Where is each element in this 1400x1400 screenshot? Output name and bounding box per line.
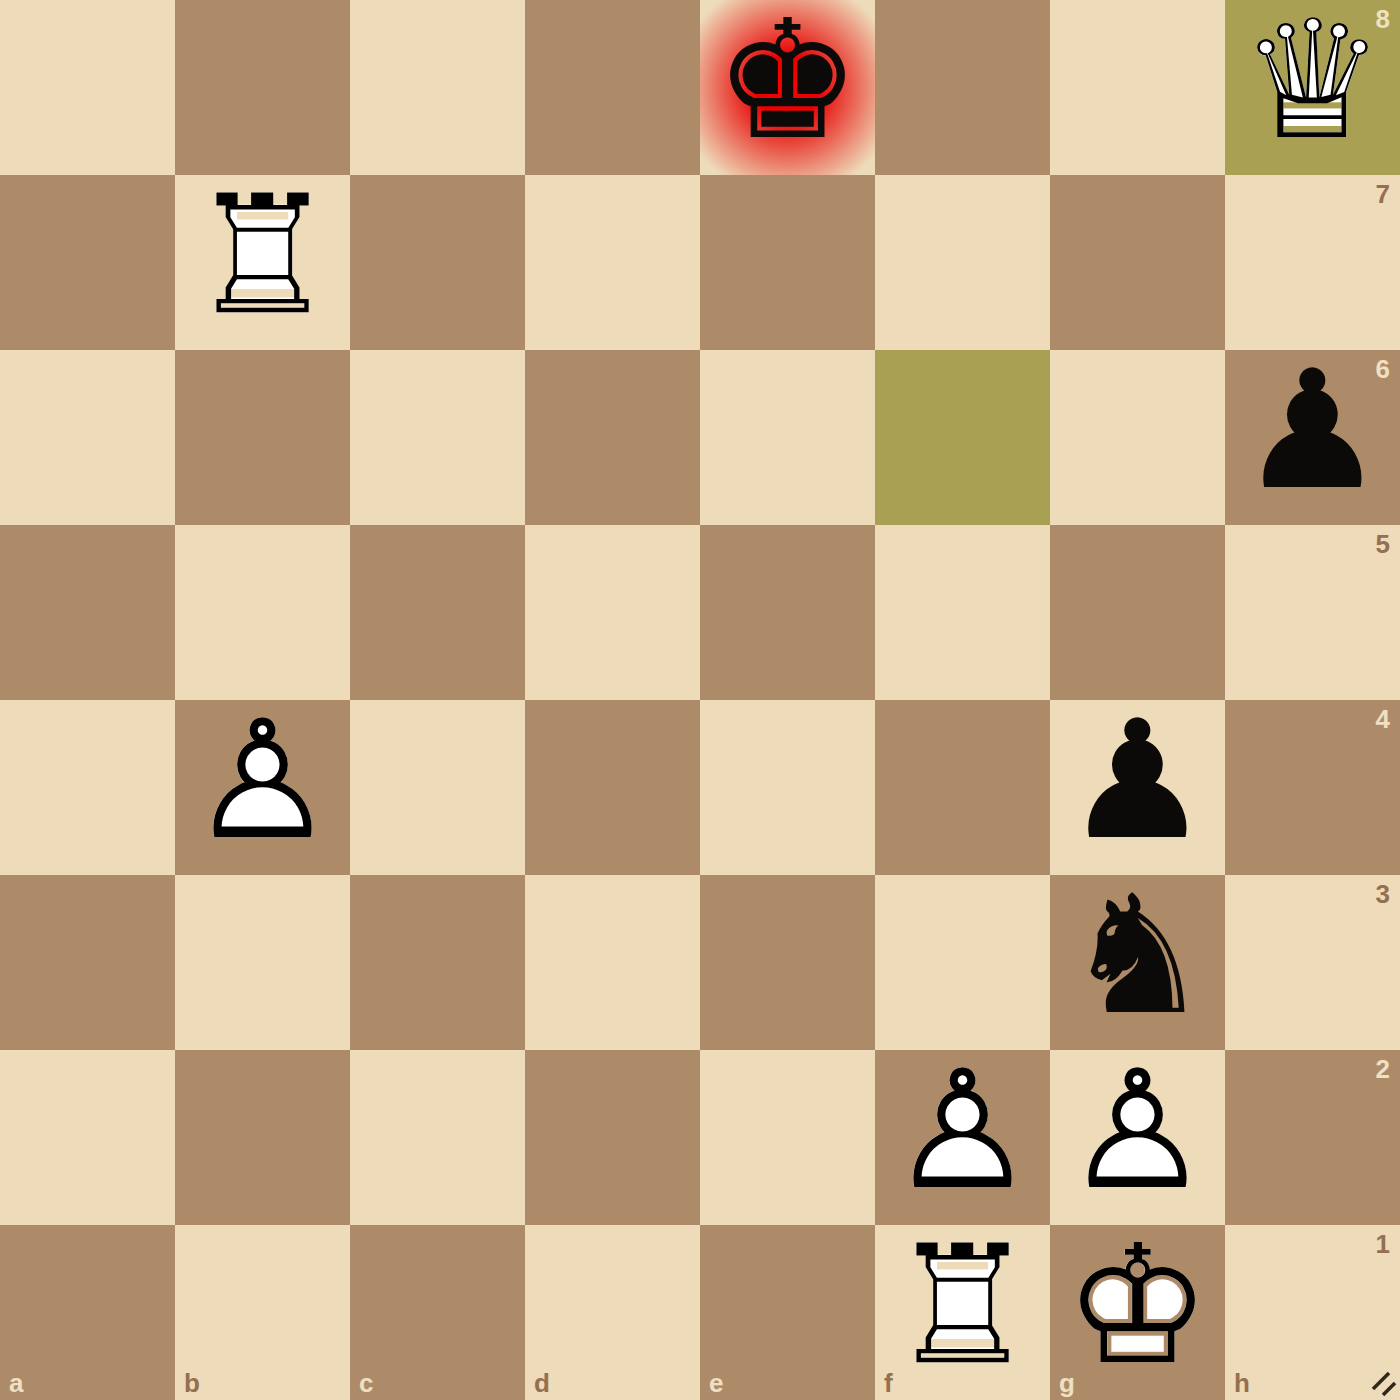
file-label-b: b xyxy=(184,1370,200,1396)
rank-label-4: 4 xyxy=(1376,706,1390,732)
square-a7[interactable] xyxy=(0,175,175,350)
piece-white-rook[interactable]: ♜♖ xyxy=(875,1225,1050,1400)
board-resize-grip-icon[interactable] xyxy=(1368,1368,1398,1398)
file-label-e: e xyxy=(709,1370,723,1396)
square-g4[interactable]: ♟ xyxy=(1050,700,1225,875)
piece-black-pawn[interactable]: ♟ xyxy=(1050,700,1225,875)
square-f2[interactable]: ♟♙ xyxy=(875,1050,1050,1225)
white-pawn-fill-glyph: ♟ xyxy=(1064,1049,1211,1213)
rank-label-5: 5 xyxy=(1376,531,1390,557)
square-d8[interactable] xyxy=(525,0,700,175)
square-g1[interactable]: g♚♔ xyxy=(1050,1225,1225,1400)
square-g8[interactable] xyxy=(1050,0,1225,175)
piece-white-queen[interactable]: ♛♕ xyxy=(1225,0,1400,175)
white-rook-glyph: ♖ xyxy=(189,174,336,338)
square-h4[interactable]: 4 xyxy=(1225,700,1400,875)
piece-white-pawn[interactable]: ♟♙ xyxy=(1050,1050,1225,1225)
square-a8[interactable] xyxy=(0,0,175,175)
square-d6[interactable] xyxy=(525,350,700,525)
square-g3[interactable]: ♞ xyxy=(1050,875,1225,1050)
black-pawn-glyph: ♟ xyxy=(1064,699,1211,863)
square-b2[interactable] xyxy=(175,1050,350,1225)
white-king-fill-glyph: ♚ xyxy=(1064,1224,1211,1388)
square-b6[interactable] xyxy=(175,350,350,525)
square-b4[interactable]: ♟♙ xyxy=(175,700,350,875)
square-c6[interactable] xyxy=(350,350,525,525)
square-d7[interactable] xyxy=(525,175,700,350)
white-pawn-glyph: ♙ xyxy=(1064,1049,1211,1213)
file-label-c: c xyxy=(359,1370,373,1396)
white-rook-fill-glyph: ♜ xyxy=(189,174,336,338)
square-b3[interactable] xyxy=(175,875,350,1050)
white-rook-glyph: ♖ xyxy=(889,1224,1036,1388)
square-f5[interactable] xyxy=(875,525,1050,700)
square-c7[interactable] xyxy=(350,175,525,350)
white-pawn-fill-glyph: ♟ xyxy=(889,1049,1036,1213)
rank-label-7: 7 xyxy=(1376,181,1390,207)
white-pawn-glyph: ♙ xyxy=(889,1049,1036,1213)
chess-board: ♚8♛♕♜♖76♟5♟♙♟4♞3♟♙♟♙2abcdef♜♖g♚♔1h xyxy=(0,0,1400,1400)
file-label-d: d xyxy=(534,1370,550,1396)
square-h2[interactable]: 2 xyxy=(1225,1050,1400,1225)
white-king-glyph: ♔ xyxy=(1064,1224,1211,1388)
square-h7[interactable]: 7 xyxy=(1225,175,1400,350)
square-a3[interactable] xyxy=(0,875,175,1050)
square-a1[interactable]: a xyxy=(0,1225,175,1400)
rank-label-1: 1 xyxy=(1376,1231,1390,1257)
piece-white-king[interactable]: ♚♔ xyxy=(1050,1225,1225,1400)
square-e1[interactable]: e xyxy=(700,1225,875,1400)
square-h5[interactable]: 5 xyxy=(1225,525,1400,700)
square-f7[interactable] xyxy=(875,175,1050,350)
square-f3[interactable] xyxy=(875,875,1050,1050)
square-a5[interactable] xyxy=(0,525,175,700)
square-g6[interactable] xyxy=(1050,350,1225,525)
square-g7[interactable] xyxy=(1050,175,1225,350)
square-e4[interactable] xyxy=(700,700,875,875)
square-e2[interactable] xyxy=(700,1050,875,1225)
square-d1[interactable]: d xyxy=(525,1225,700,1400)
square-d5[interactable] xyxy=(525,525,700,700)
black-king-glyph: ♚ xyxy=(714,0,861,163)
piece-black-knight[interactable]: ♞ xyxy=(1050,875,1225,1050)
square-c1[interactable]: c xyxy=(350,1225,525,1400)
square-f1[interactable]: f♜♖ xyxy=(875,1225,1050,1400)
piece-black-king[interactable]: ♚ xyxy=(700,0,875,175)
square-h3[interactable]: 3 xyxy=(1225,875,1400,1050)
square-b5[interactable] xyxy=(175,525,350,700)
rank-label-3: 3 xyxy=(1376,881,1390,907)
square-e5[interactable] xyxy=(700,525,875,700)
square-e6[interactable] xyxy=(700,350,875,525)
square-c8[interactable] xyxy=(350,0,525,175)
square-b7[interactable]: ♜♖ xyxy=(175,175,350,350)
white-pawn-glyph: ♙ xyxy=(189,699,336,863)
square-h8[interactable]: 8♛♕ xyxy=(1225,0,1400,175)
white-queen-fill-glyph: ♛ xyxy=(1239,0,1386,163)
square-d4[interactable] xyxy=(525,700,700,875)
square-c5[interactable] xyxy=(350,525,525,700)
square-e8[interactable]: ♚ xyxy=(700,0,875,175)
square-c4[interactable] xyxy=(350,700,525,875)
square-h6[interactable]: 6♟ xyxy=(1225,350,1400,525)
square-b8[interactable] xyxy=(175,0,350,175)
square-e3[interactable] xyxy=(700,875,875,1050)
piece-black-pawn[interactable]: ♟ xyxy=(1225,350,1400,525)
piece-white-rook[interactable]: ♜♖ xyxy=(175,175,350,350)
black-knight-glyph: ♞ xyxy=(1064,874,1211,1038)
square-f8[interactable] xyxy=(875,0,1050,175)
file-label-h: h xyxy=(1234,1370,1250,1396)
square-e7[interactable] xyxy=(700,175,875,350)
square-d3[interactable] xyxy=(525,875,700,1050)
square-f6[interactable] xyxy=(875,350,1050,525)
square-f4[interactable] xyxy=(875,700,1050,875)
black-pawn-glyph: ♟ xyxy=(1239,349,1386,513)
square-a2[interactable] xyxy=(0,1050,175,1225)
square-a4[interactable] xyxy=(0,700,175,875)
square-c3[interactable] xyxy=(350,875,525,1050)
white-rook-fill-glyph: ♜ xyxy=(889,1224,1036,1388)
rank-label-2: 2 xyxy=(1376,1056,1390,1082)
square-b1[interactable]: b xyxy=(175,1225,350,1400)
file-label-a: a xyxy=(9,1370,23,1396)
white-queen-glyph: ♕ xyxy=(1239,0,1386,163)
piece-white-pawn[interactable]: ♟♙ xyxy=(175,700,350,875)
square-a6[interactable] xyxy=(0,350,175,525)
white-pawn-fill-glyph: ♟ xyxy=(189,699,336,863)
square-c2[interactable] xyxy=(350,1050,525,1225)
square-g2[interactable]: ♟♙ xyxy=(1050,1050,1225,1225)
piece-white-pawn[interactable]: ♟♙ xyxy=(875,1050,1050,1225)
square-g5[interactable] xyxy=(1050,525,1225,700)
square-d2[interactable] xyxy=(525,1050,700,1225)
